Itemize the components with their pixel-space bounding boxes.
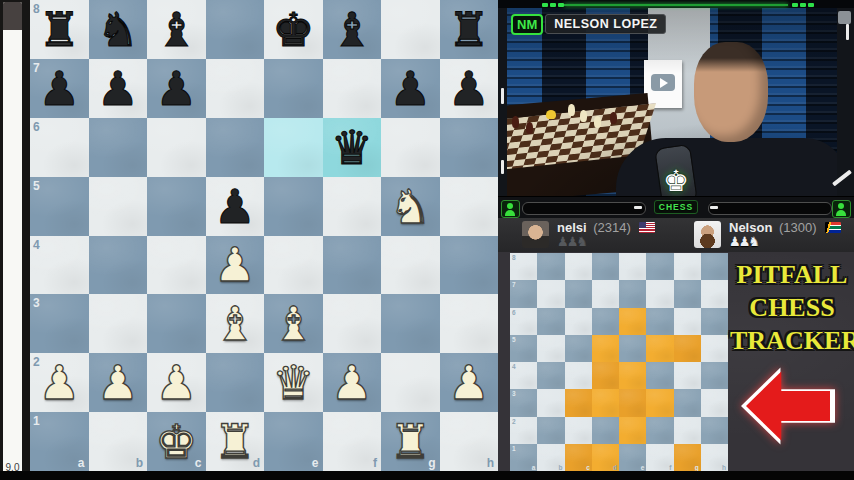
square-a7: 7 — [510, 280, 537, 307]
square-e1[interactable]: e — [264, 412, 323, 471]
square-e3[interactable]: ♝ — [264, 294, 323, 353]
square-e3 — [619, 389, 646, 416]
square-d1[interactable]: d♜ — [206, 412, 265, 471]
square-a2: 2 — [510, 417, 537, 444]
rank-label-2: 2 — [33, 355, 40, 369]
file-label-b: b — [136, 456, 143, 470]
square-d6[interactable] — [206, 118, 265, 177]
file-label-a: a — [78, 456, 85, 470]
rank-label-7: 7 — [33, 61, 40, 75]
square-f7 — [646, 280, 673, 307]
square-e7 — [619, 280, 646, 307]
square-e4[interactable] — [264, 236, 323, 295]
file-label-f: f — [373, 456, 377, 470]
square-h4 — [701, 362, 728, 389]
piece-black-bishop-c8: ♝ — [147, 0, 206, 59]
piece-black-king-e8: ♚ — [264, 0, 323, 59]
square-e2[interactable]: ♛ — [264, 353, 323, 412]
square-g4[interactable] — [381, 236, 440, 295]
square-h8 — [701, 253, 728, 280]
square-f8[interactable]: ♝ — [323, 0, 382, 59]
square-e8 — [619, 253, 646, 280]
square-e4 — [619, 362, 646, 389]
square-a6: 6 — [510, 308, 537, 335]
square-h2[interactable]: ♟ — [440, 353, 499, 412]
us-flag-icon — [639, 222, 655, 233]
south-africa-flag-icon — [825, 222, 841, 233]
square-g6[interactable] — [381, 118, 440, 177]
square-g7 — [674, 280, 701, 307]
square-a3[interactable]: 3 — [30, 294, 89, 353]
file-label-h: h — [722, 464, 726, 471]
square-d3[interactable]: ♝ — [206, 294, 265, 353]
square-c2[interactable]: ♟ — [147, 353, 206, 412]
square-b7 — [537, 280, 564, 307]
green-dash-icon — [550, 3, 556, 7]
square-h3[interactable] — [440, 294, 499, 353]
captured-pieces-left: ♟♟♞ — [557, 235, 655, 248]
pitfall-tracker-board: 87654321abcdefgh — [510, 253, 728, 471]
square-f5[interactable] — [323, 177, 382, 236]
chess-logo-text: CHESS — [654, 200, 698, 214]
square-c5[interactable] — [147, 177, 206, 236]
square-d4 — [592, 362, 619, 389]
left-arrow-icon — [741, 366, 835, 446]
piece-black-pawn-c7: ♟ — [147, 59, 206, 118]
file-label-a: a — [532, 464, 536, 471]
avatar-right — [694, 221, 721, 248]
rank-label-8: 8 — [33, 2, 40, 16]
green-dash-icon — [558, 3, 564, 7]
square-a3: 3 — [510, 389, 537, 416]
square-b4 — [537, 362, 564, 389]
tracker-title-line-1: PITFALL — [730, 258, 854, 291]
piece-white-bishop-d3: ♝ — [206, 294, 265, 353]
square-e2 — [619, 417, 646, 444]
frame-dash — [846, 24, 849, 40]
square-a4[interactable]: 4 — [30, 236, 89, 295]
square-e8[interactable]: ♚ — [264, 0, 323, 59]
square-c7[interactable]: ♟ — [147, 59, 206, 118]
square-b6 — [537, 308, 564, 335]
nm-title-badge: NM — [511, 14, 543, 35]
piece-black-pawn-h7: ♟ — [440, 59, 499, 118]
player-right-rating: (1300) — [779, 220, 817, 235]
square-f3[interactable] — [323, 294, 382, 353]
square-f6 — [646, 308, 673, 335]
viewer-person-icon — [501, 200, 520, 218]
evaluation-bar-white-fill: 9.0 — [3, 2, 22, 476]
green-dash-icon — [542, 3, 548, 7]
streamer-title-badge: NM NELSON LOPEZ — [511, 13, 666, 35]
main-chess-board[interactable]: 8♜♞♝♚♝♜7♟♟♟♟♟6♛5♟♞4♟3♝♝2♟♟♟♛♟♟1abc♚d♜efg… — [30, 0, 498, 471]
piece-black-rook-h8: ♜ — [440, 0, 499, 59]
square-h2 — [701, 417, 728, 444]
player-left: nelsi (2314) ♟♟♞ — [522, 221, 655, 248]
chess-channel-logo: ♚ CHESS — [646, 166, 706, 214]
piece-white-knight-g5: ♞ — [381, 177, 440, 236]
file-label-d: d — [613, 464, 617, 471]
piece-white-queen-e2: ♛ — [264, 353, 323, 412]
rank-label-3: 3 — [33, 296, 40, 310]
square-e5 — [619, 335, 646, 362]
tracker-title-line-3: TRACKER — [730, 324, 854, 357]
square-g1[interactable]: g♜ — [381, 412, 440, 471]
square-g3 — [674, 389, 701, 416]
overlay-pill — [708, 202, 832, 215]
square-f7[interactable] — [323, 59, 382, 118]
piece-white-pawn-b2: ♟ — [89, 353, 148, 412]
square-g8 — [674, 253, 701, 280]
file-label-f: f — [669, 464, 671, 471]
square-b2 — [537, 417, 564, 444]
square-c4[interactable] — [147, 236, 206, 295]
square-b2[interactable]: ♟ — [89, 353, 148, 412]
piece-black-bishop-f8: ♝ — [323, 0, 382, 59]
file-label-g: g — [695, 464, 699, 471]
square-a1[interactable]: 1a — [30, 412, 89, 471]
square-d7 — [592, 280, 619, 307]
file-label-b: b — [559, 464, 563, 471]
square-c6[interactable] — [147, 118, 206, 177]
square-a1: 1a — [510, 444, 537, 471]
rank-label-4: 4 — [33, 238, 40, 252]
square-c8 — [565, 253, 592, 280]
square-g8[interactable] — [381, 0, 440, 59]
square-c3[interactable] — [147, 294, 206, 353]
frame-dash — [501, 88, 504, 104]
square-d2 — [592, 417, 619, 444]
square-f1: f — [646, 444, 673, 471]
avatar-left — [522, 221, 549, 248]
stream-frame: 9.0 8♜♞♝♚♝♜7♟♟♟♟♟6♛5♟♞4♟3♝♝2♟♟♟♛♟♟1abc♚d… — [0, 0, 854, 480]
square-b5 — [537, 335, 564, 362]
square-b8[interactable]: ♞ — [89, 0, 148, 59]
square-e5[interactable] — [264, 177, 323, 236]
square-a2[interactable]: 2♟ — [30, 353, 89, 412]
square-e1: e — [619, 444, 646, 471]
square-h7 — [701, 280, 728, 307]
square-h8[interactable]: ♜ — [440, 0, 499, 59]
square-d6 — [592, 308, 619, 335]
square-h6 — [701, 308, 728, 335]
square-d1: d — [592, 444, 619, 471]
square-c7 — [565, 280, 592, 307]
square-f8 — [646, 253, 673, 280]
square-c1: c — [565, 444, 592, 471]
square-d8[interactable] — [206, 0, 265, 59]
square-b7[interactable]: ♟ — [89, 59, 148, 118]
rank-label-3: 3 — [512, 390, 516, 397]
players-bar: nelsi (2314) ♟♟♞ Nelson (1300) ♟♟♞ — [498, 218, 854, 252]
square-g4 — [674, 362, 701, 389]
evaluation-bar: 9.0 — [0, 0, 30, 480]
square-c5 — [565, 335, 592, 362]
file-label-h: h — [487, 456, 494, 470]
player-left-name: nelsi — [557, 220, 587, 235]
square-g5 — [674, 335, 701, 362]
square-f3 — [646, 389, 673, 416]
tracker-title-line-2: CHESS — [730, 291, 854, 324]
square-b1[interactable]: b — [89, 412, 148, 471]
square-g3[interactable] — [381, 294, 440, 353]
square-f2 — [646, 417, 673, 444]
square-b1: b — [537, 444, 564, 471]
square-a8[interactable]: 8♜ — [30, 0, 89, 59]
logo-side-dash — [634, 206, 642, 209]
piece-white-pawn-d4: ♟ — [206, 236, 265, 295]
square-g6 — [674, 308, 701, 335]
tracker-title: PITFALL CHESS TRACKER — [730, 258, 854, 357]
chess-king-logo-icon: ♚ — [646, 166, 706, 196]
square-g1: g — [674, 444, 701, 471]
square-b3[interactable] — [89, 294, 148, 353]
square-g5[interactable]: ♞ — [381, 177, 440, 236]
square-a4: 4 — [510, 362, 537, 389]
square-h7[interactable]: ♟ — [440, 59, 499, 118]
green-dash-icon — [792, 3, 798, 7]
green-dash-icon — [808, 3, 814, 7]
square-f4 — [646, 362, 673, 389]
square-c6 — [565, 308, 592, 335]
piece-black-pawn-g7: ♟ — [381, 59, 440, 118]
rank-label-1: 1 — [33, 414, 40, 428]
green-dash-icon — [800, 3, 806, 7]
piece-black-queen-f6: ♛ — [323, 118, 382, 177]
square-a5[interactable]: 5 — [30, 177, 89, 236]
player-right-name: Nelson — [729, 220, 772, 235]
square-a7[interactable]: 7♟ — [30, 59, 89, 118]
square-h6[interactable] — [440, 118, 499, 177]
square-c8[interactable]: ♝ — [147, 0, 206, 59]
rank-label-5: 5 — [33, 179, 40, 193]
file-label-e: e — [312, 456, 319, 470]
frame-corner-accent — [838, 11, 851, 24]
square-h5[interactable] — [440, 177, 499, 236]
square-f4[interactable] — [323, 236, 382, 295]
square-g2 — [674, 417, 701, 444]
square-f2[interactable]: ♟ — [323, 353, 382, 412]
square-c3 — [565, 389, 592, 416]
viewer-person-icon — [832, 200, 851, 218]
square-a8: 8 — [510, 253, 537, 280]
captured-pieces-right: ♟♟♞ — [729, 235, 841, 248]
logo-side-dash — [710, 206, 718, 209]
evaluation-bar-black-fill — [3, 2, 22, 30]
rank-label-6: 6 — [33, 120, 40, 134]
square-a6[interactable]: 6 — [30, 118, 89, 177]
square-g2[interactable] — [381, 353, 440, 412]
square-e6 — [619, 308, 646, 335]
square-h3 — [701, 389, 728, 416]
piece-white-bishop-e3: ♝ — [264, 294, 323, 353]
square-b5[interactable] — [89, 177, 148, 236]
square-a5: 5 — [510, 335, 537, 362]
square-d5 — [592, 335, 619, 362]
player-right: Nelson (1300) ♟♟♞ — [694, 221, 841, 248]
square-f6[interactable]: ♛ — [323, 118, 382, 177]
bottom-letterbox — [0, 471, 854, 480]
overlay-pill — [522, 202, 646, 215]
square-c1[interactable]: c♚ — [147, 412, 206, 471]
square-c2 — [565, 417, 592, 444]
streamer-head — [694, 42, 768, 142]
streamer-name: NELSON LOPEZ — [545, 14, 666, 34]
square-b8 — [537, 253, 564, 280]
file-label-g: g — [428, 456, 435, 470]
square-f1[interactable]: f — [323, 412, 382, 471]
square-d5[interactable]: ♟ — [206, 177, 265, 236]
file-label-d: d — [253, 456, 260, 470]
square-e6[interactable] — [264, 118, 323, 177]
square-d2[interactable] — [206, 353, 265, 412]
rank-label-8: 8 — [512, 254, 516, 261]
piece-black-pawn-d5: ♟ — [206, 177, 265, 236]
square-f5 — [646, 335, 673, 362]
piece-black-knight-b8: ♞ — [89, 0, 148, 59]
rank-label-6: 6 — [512, 309, 516, 316]
square-e7[interactable] — [264, 59, 323, 118]
green-accent-line — [564, 4, 788, 6]
rank-label-2: 2 — [512, 418, 516, 425]
file-label-e: e — [641, 464, 645, 471]
square-h5 — [701, 335, 728, 362]
square-b6[interactable] — [89, 118, 148, 177]
rank-label-1: 1 — [512, 445, 516, 452]
square-d8 — [592, 253, 619, 280]
frame-dash — [501, 160, 504, 174]
rank-label-4: 4 — [512, 363, 516, 370]
square-d3 — [592, 389, 619, 416]
rank-label-5: 5 — [512, 336, 516, 343]
file-label-c: c — [586, 464, 590, 471]
piece-black-pawn-b7: ♟ — [89, 59, 148, 118]
piece-white-pawn-h2: ♟ — [440, 353, 499, 412]
rank-label-7: 7 — [512, 281, 516, 288]
square-h1[interactable]: h — [440, 412, 499, 471]
square-c4 — [565, 362, 592, 389]
right-panel: NM NELSON LOPEZ ♚ CHESS nelsi — [498, 0, 854, 480]
piece-white-pawn-f2: ♟ — [323, 353, 382, 412]
square-g7[interactable]: ♟ — [381, 59, 440, 118]
square-d4[interactable]: ♟ — [206, 236, 265, 295]
square-b4[interactable] — [89, 236, 148, 295]
square-d7[interactable] — [206, 59, 265, 118]
player-left-rating: (2314) — [593, 220, 631, 235]
square-h4[interactable] — [440, 236, 499, 295]
file-label-c: c — [195, 456, 202, 470]
piece-white-pawn-c2: ♟ — [147, 353, 206, 412]
square-h1: h — [701, 444, 728, 471]
square-b3 — [537, 389, 564, 416]
